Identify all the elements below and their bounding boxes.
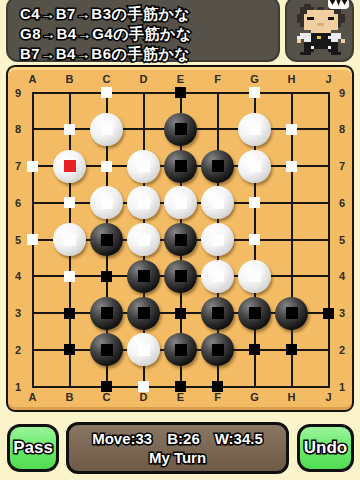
ownership-square-marker <box>101 197 113 209</box>
black-stone <box>201 333 234 366</box>
ownership-square-marker <box>212 234 224 246</box>
coordinate-label: D <box>135 390 153 404</box>
white-stone <box>127 223 160 256</box>
ownership-square-marker <box>101 123 113 135</box>
ownership-square-marker <box>175 160 187 172</box>
white-stone <box>238 113 271 146</box>
coordinate-label: 2 <box>9 343 27 357</box>
coordinate-label: G <box>246 390 264 404</box>
white-territory-marker <box>249 197 260 208</box>
ownership-square-marker <box>138 307 150 319</box>
ownership-square-marker <box>101 234 113 246</box>
opponent-avatar-panel[interactable] <box>285 0 354 62</box>
black-stone <box>127 260 160 293</box>
coordinate-label: 3 <box>333 306 351 320</box>
pass-button[interactable]: Pass <box>7 424 59 472</box>
black-stone <box>164 150 197 183</box>
coordinate-label: 7 <box>333 159 351 173</box>
ownership-square-marker <box>138 197 150 209</box>
coordinate-label: J <box>320 72 338 86</box>
white-stone <box>90 113 123 146</box>
coordinate-label: H <box>283 72 301 86</box>
white-territory-marker <box>286 161 297 172</box>
coordinate-label: 8 <box>9 122 27 136</box>
ownership-square-marker <box>175 344 187 356</box>
ownership-square-marker <box>212 197 224 209</box>
ownership-square-marker <box>286 307 298 319</box>
white-territory-marker <box>27 161 38 172</box>
white-stone <box>201 223 234 256</box>
white-territory-marker <box>64 271 75 282</box>
white-territory-marker <box>101 161 112 172</box>
white-stone <box>127 333 160 366</box>
coordinate-label: 2 <box>333 343 351 357</box>
move-counter: Move:33 <box>92 429 152 448</box>
coordinate-label: C <box>98 72 116 86</box>
white-territory-marker <box>27 234 38 245</box>
go-board[interactable]: AABBCCDDEEFFGGHHJJ998877665544332211 <box>6 65 354 412</box>
white-stone <box>90 186 123 219</box>
black-stone <box>164 333 197 366</box>
coordinate-label: 7 <box>9 159 27 173</box>
ownership-square-marker <box>175 197 187 209</box>
black-territory-marker <box>64 308 75 319</box>
white-stone <box>53 150 86 183</box>
black-stone <box>164 223 197 256</box>
coordinate-label: H <box>283 390 301 404</box>
coordinate-label: 5 <box>9 233 27 247</box>
black-stone <box>127 297 160 330</box>
ownership-square-marker <box>175 234 187 246</box>
coordinate-label: 1 <box>9 380 27 394</box>
ownership-square-marker <box>138 234 150 246</box>
coordinate-label: B <box>61 72 79 86</box>
coordinate-label: F <box>209 72 227 86</box>
ownership-square-marker <box>101 344 113 356</box>
hint-line-1: C4→B7→B3の手筋かな <box>20 4 278 24</box>
coordinate-label: G <box>246 72 264 86</box>
ownership-square-marker <box>249 307 261 319</box>
coordinate-label: 3 <box>9 306 27 320</box>
black-territory-marker <box>286 344 297 355</box>
coordinate-label: D <box>135 72 153 86</box>
white-stone <box>238 260 271 293</box>
white-stone <box>127 186 160 219</box>
ownership-square-marker <box>212 160 224 172</box>
white-stone <box>164 186 197 219</box>
white-territory-marker <box>101 87 112 98</box>
black-stone <box>90 223 123 256</box>
ownership-square-marker <box>249 270 261 282</box>
ownership-square-marker <box>249 160 261 172</box>
opponent-avatar <box>297 4 345 55</box>
black-territory-marker <box>101 271 112 282</box>
black-stone <box>90 297 123 330</box>
white-stone <box>201 186 234 219</box>
white-territory-marker <box>286 124 297 135</box>
ownership-square-marker <box>249 123 261 135</box>
black-stone <box>275 297 308 330</box>
coordinate-label: 9 <box>333 86 351 100</box>
crown-icon <box>328 0 349 9</box>
hint-line-2: G8→B4→G4の手筋かな <box>20 24 278 44</box>
black-territory-marker <box>64 344 75 355</box>
turn-indicator: My Turn <box>149 448 206 467</box>
coordinate-label: C <box>98 390 116 404</box>
go-board-grid[interactable] <box>33 93 329 387</box>
white-score: W:34.5 <box>215 429 263 448</box>
coordinate-label: B <box>61 390 79 404</box>
black-territory-marker <box>249 344 260 355</box>
coordinate-label: 1 <box>333 380 351 394</box>
black-stone <box>164 113 197 146</box>
ownership-square-marker <box>175 270 187 282</box>
red-square-marker <box>64 160 76 172</box>
grid-line <box>328 92 330 388</box>
hint-speech-bubble: C4→B7→B3の手筋かな G8→B4→G4の手筋かな B7→B4→B6の手筋か… <box>6 0 280 62</box>
coordinate-label: E <box>172 72 190 86</box>
coordinate-label: 9 <box>9 86 27 100</box>
coordinate-label: A <box>24 72 42 86</box>
white-stone <box>127 150 160 183</box>
coordinate-label: 5 <box>333 233 351 247</box>
ownership-square-marker <box>212 270 224 282</box>
black-territory-marker <box>175 308 186 319</box>
status-panel: Move:33 B:26 W:34.5 My Turn <box>66 422 289 474</box>
white-stone <box>238 150 271 183</box>
ownership-square-marker <box>138 160 150 172</box>
black-stone <box>90 333 123 366</box>
ownership-square-marker <box>138 270 150 282</box>
ownership-square-marker <box>212 307 224 319</box>
coordinate-label: E <box>172 390 190 404</box>
coordinate-label: 6 <box>333 196 351 210</box>
white-territory-marker <box>64 124 75 135</box>
ownership-square-marker <box>175 123 187 135</box>
ownership-square-marker <box>101 307 113 319</box>
coordinate-label: 8 <box>333 122 351 136</box>
black-stone <box>201 150 234 183</box>
white-stone <box>53 223 86 256</box>
white-territory-marker <box>64 197 75 208</box>
black-territory-marker <box>175 87 186 98</box>
ownership-square-marker <box>212 344 224 356</box>
ownership-square-marker <box>64 234 76 246</box>
white-territory-marker <box>249 234 260 245</box>
hint-line-3: B7→B4→B6の手筋かな <box>20 44 278 64</box>
coordinate-label: 6 <box>9 196 27 210</box>
ownership-square-marker <box>138 344 150 356</box>
black-score: B:26 <box>167 429 200 448</box>
grid-line <box>291 92 293 388</box>
white-territory-marker <box>249 87 260 98</box>
black-stone <box>201 297 234 330</box>
white-stone <box>201 260 234 293</box>
coordinate-label: F <box>209 390 227 404</box>
coordinate-label: 4 <box>333 269 351 283</box>
black-stone <box>238 297 271 330</box>
coordinate-label: 4 <box>9 269 27 283</box>
undo-button[interactable]: Undo <box>297 424 354 472</box>
black-stone <box>164 260 197 293</box>
